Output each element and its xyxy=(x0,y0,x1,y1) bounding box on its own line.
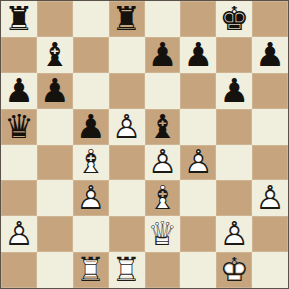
square-b3[interactable] xyxy=(37,180,73,216)
square-d5[interactable]: ♟♙ xyxy=(109,109,145,145)
square-b8[interactable] xyxy=(37,1,73,37)
white-queen-outline: ♕ xyxy=(145,216,181,252)
black-bishop[interactable]: ♝ xyxy=(145,109,181,145)
square-d4[interactable] xyxy=(109,145,145,181)
square-d2[interactable] xyxy=(109,216,145,252)
white-pawn-outline: ♙ xyxy=(73,180,109,216)
square-g3[interactable] xyxy=(216,180,252,216)
black-bishop-glyph: ♝ xyxy=(145,109,181,145)
square-g1[interactable]: ♚♔ xyxy=(216,252,252,288)
square-g2[interactable]: ♟♙ xyxy=(216,216,252,252)
square-c5[interactable]: ♟ xyxy=(73,109,109,145)
square-a2[interactable]: ♟♙ xyxy=(1,216,37,252)
white-pawn-outline: ♙ xyxy=(109,109,145,145)
square-e5[interactable]: ♝ xyxy=(145,109,181,145)
white-pawn-outline: ♙ xyxy=(1,216,37,252)
white-bishop-outline: ♗ xyxy=(145,180,181,216)
square-h3[interactable]: ♟♙ xyxy=(252,180,288,216)
square-h1[interactable] xyxy=(252,252,288,288)
square-d3[interactable] xyxy=(109,180,145,216)
black-pawn-glyph: ♟ xyxy=(180,37,216,73)
square-e2[interactable]: ♛♕ xyxy=(145,216,181,252)
square-f5[interactable] xyxy=(180,109,216,145)
square-c6[interactable] xyxy=(73,73,109,109)
square-f8[interactable] xyxy=(180,1,216,37)
black-queen[interactable]: ♛ xyxy=(1,109,37,145)
white-pawn[interactable]: ♟♙ xyxy=(1,216,37,252)
square-a1[interactable] xyxy=(1,252,37,288)
square-b1[interactable] xyxy=(37,252,73,288)
square-a8[interactable]: ♜ xyxy=(1,1,37,37)
square-b5[interactable] xyxy=(37,109,73,145)
white-queen[interactable]: ♛♕ xyxy=(145,216,181,252)
square-f7[interactable]: ♟ xyxy=(180,37,216,73)
square-a3[interactable] xyxy=(1,180,37,216)
square-e8[interactable] xyxy=(145,1,181,37)
white-rook[interactable]: ♜♖ xyxy=(73,252,109,288)
black-pawn-glyph: ♟ xyxy=(145,37,181,73)
square-h7[interactable]: ♟ xyxy=(252,37,288,73)
black-rook-glyph: ♜ xyxy=(109,1,145,37)
black-pawn[interactable]: ♟ xyxy=(216,73,252,109)
square-g6[interactable]: ♟ xyxy=(216,73,252,109)
square-d6[interactable] xyxy=(109,73,145,109)
square-g7[interactable] xyxy=(216,37,252,73)
square-d1[interactable]: ♜♖ xyxy=(109,252,145,288)
square-e7[interactable]: ♟ xyxy=(145,37,181,73)
black-pawn-glyph: ♟ xyxy=(37,73,73,109)
square-e3[interactable]: ♝♗ xyxy=(145,180,181,216)
square-g8[interactable]: ♚ xyxy=(216,1,252,37)
black-pawn[interactable]: ♟ xyxy=(1,73,37,109)
black-pawn-glyph: ♟ xyxy=(73,109,109,145)
black-bishop[interactable]: ♝ xyxy=(37,37,73,73)
square-h6[interactable] xyxy=(252,73,288,109)
square-c1[interactable]: ♜♖ xyxy=(73,252,109,288)
black-pawn[interactable]: ♟ xyxy=(73,109,109,145)
square-f1[interactable] xyxy=(180,252,216,288)
square-f4[interactable]: ♟♙ xyxy=(180,145,216,181)
black-pawn[interactable]: ♟ xyxy=(252,37,288,73)
white-pawn-outline: ♙ xyxy=(252,180,288,216)
white-pawn[interactable]: ♟♙ xyxy=(73,180,109,216)
black-pawn-glyph: ♟ xyxy=(1,73,37,109)
square-h4[interactable] xyxy=(252,145,288,181)
square-d7[interactable] xyxy=(109,37,145,73)
square-b6[interactable]: ♟ xyxy=(37,73,73,109)
white-rook[interactable]: ♜♖ xyxy=(109,252,145,288)
black-pawn[interactable]: ♟ xyxy=(145,37,181,73)
chess-board: ♜♜♚♝♟♟♟♟♟♟♛♟♟♙♝♝♗♟♙♟♙♟♙♝♗♟♙♟♙♛♕♟♙♜♖♜♖♚♔ xyxy=(0,0,289,289)
square-b2[interactable] xyxy=(37,216,73,252)
black-rook[interactable]: ♜ xyxy=(1,1,37,37)
black-rook-glyph: ♜ xyxy=(1,1,37,37)
white-pawn-outline: ♙ xyxy=(180,145,216,181)
square-c4[interactable]: ♝♗ xyxy=(73,145,109,181)
white-king[interactable]: ♚♔ xyxy=(216,252,252,288)
square-f3[interactable] xyxy=(180,180,216,216)
white-king-outline: ♔ xyxy=(216,252,252,288)
black-queen-glyph: ♛ xyxy=(1,109,37,145)
black-pawn[interactable]: ♟ xyxy=(37,73,73,109)
square-e6[interactable] xyxy=(145,73,181,109)
square-f2[interactable] xyxy=(180,216,216,252)
black-rook[interactable]: ♜ xyxy=(109,1,145,37)
white-pawn-outline: ♙ xyxy=(216,216,252,252)
black-pawn-glyph: ♟ xyxy=(216,73,252,109)
square-a6[interactable]: ♟ xyxy=(1,73,37,109)
square-d8[interactable]: ♜ xyxy=(109,1,145,37)
white-pawn[interactable]: ♟♙ xyxy=(145,145,181,181)
square-g4[interactable] xyxy=(216,145,252,181)
white-pawn[interactable]: ♟♙ xyxy=(180,145,216,181)
white-rook-outline: ♖ xyxy=(73,252,109,288)
white-bishop-outline: ♗ xyxy=(73,145,109,181)
square-b4[interactable] xyxy=(37,145,73,181)
square-h5[interactable] xyxy=(252,109,288,145)
black-pawn[interactable]: ♟ xyxy=(180,37,216,73)
square-e1[interactable] xyxy=(145,252,181,288)
white-pawn[interactable]: ♟♙ xyxy=(216,216,252,252)
white-bishop[interactable]: ♝♗ xyxy=(145,180,181,216)
white-bishop[interactable]: ♝♗ xyxy=(73,145,109,181)
square-c2[interactable] xyxy=(73,216,109,252)
white-pawn[interactable]: ♟♙ xyxy=(109,109,145,145)
square-c3[interactable]: ♟♙ xyxy=(73,180,109,216)
square-c7[interactable] xyxy=(73,37,109,73)
square-e4[interactable]: ♟♙ xyxy=(145,145,181,181)
square-h8[interactable] xyxy=(252,1,288,37)
square-a7[interactable] xyxy=(1,37,37,73)
black-pawn-glyph: ♟ xyxy=(252,37,288,73)
black-bishop-glyph: ♝ xyxy=(37,37,73,73)
white-rook-outline: ♖ xyxy=(109,252,145,288)
square-f6[interactable] xyxy=(180,73,216,109)
square-c8[interactable] xyxy=(73,1,109,37)
white-pawn[interactable]: ♟♙ xyxy=(252,180,288,216)
black-king[interactable]: ♚ xyxy=(216,1,252,37)
square-a5[interactable]: ♛ xyxy=(1,109,37,145)
black-king-glyph: ♚ xyxy=(216,1,252,37)
square-g5[interactable] xyxy=(216,109,252,145)
white-pawn-outline: ♙ xyxy=(145,145,181,181)
square-b7[interactable]: ♝ xyxy=(37,37,73,73)
square-h2[interactable] xyxy=(252,216,288,252)
square-a4[interactable] xyxy=(1,145,37,181)
